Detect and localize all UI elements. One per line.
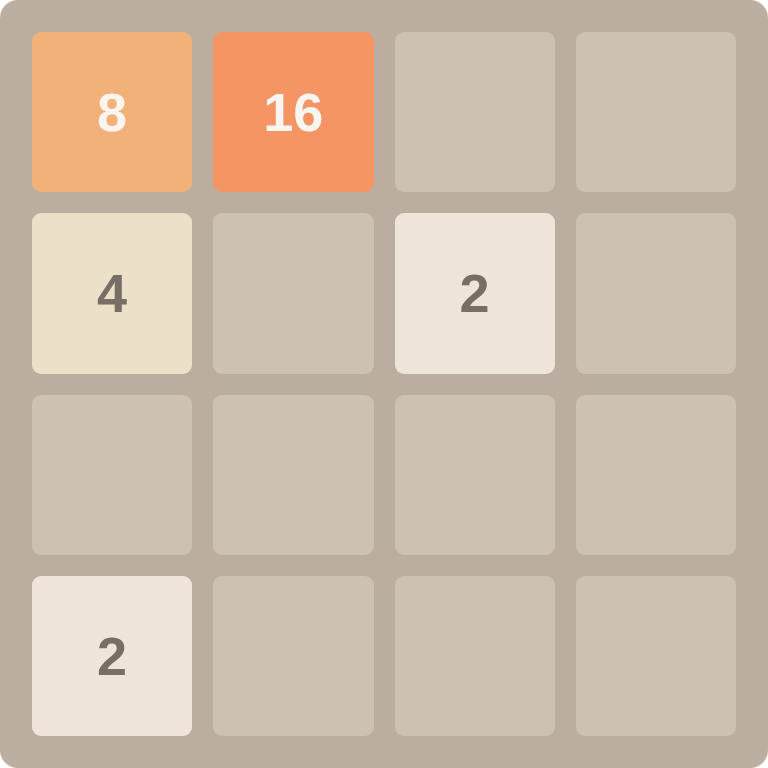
- empty-cell: [213, 213, 373, 373]
- empty-cell: [576, 576, 736, 736]
- tile-4: 4: [32, 213, 192, 373]
- empty-cell: [395, 576, 555, 736]
- tile-2: 2: [395, 213, 555, 373]
- tile-16: 16: [213, 32, 373, 192]
- empty-cell: [32, 395, 192, 555]
- empty-cell: [213, 395, 373, 555]
- game-board: 816422: [0, 0, 768, 768]
- empty-cell: [395, 32, 555, 192]
- empty-cell: [395, 395, 555, 555]
- empty-cell: [576, 32, 736, 192]
- empty-cell: [576, 395, 736, 555]
- empty-cell: [213, 576, 373, 736]
- board-grid[interactable]: 816422: [32, 32, 736, 736]
- tile-8: 8: [32, 32, 192, 192]
- tile-2: 2: [32, 576, 192, 736]
- empty-cell: [576, 213, 736, 373]
